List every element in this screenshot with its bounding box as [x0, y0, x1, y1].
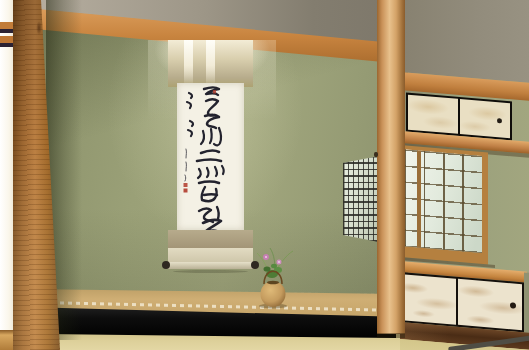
calligraphy-text [177, 83, 244, 230]
lower-cabinet-door-left [402, 274, 456, 325]
flower-nail [374, 152, 378, 157]
shoji-door-edge [0, 0, 13, 350]
wall-sliver [524, 272, 529, 334]
upper-cabinet-door-left [408, 95, 458, 134]
scroll-paper [177, 83, 244, 230]
shoji-pane [404, 149, 482, 253]
shoji-rail [0, 36, 13, 43]
post-base-shadow [377, 333, 405, 338]
lower-cabinet-pull [510, 302, 516, 309]
scroll-futai-band [206, 40, 215, 86]
tea-room-photo [0, 0, 529, 350]
shoji-stile [417, 150, 421, 247]
scroll-shadow [173, 270, 248, 273]
shoji-bottom-rail [0, 330, 13, 350]
scroll-roller-bar [167, 262, 254, 269]
scroll-futai-band [184, 40, 193, 86]
shoji-window [400, 145, 488, 264]
vase-body [261, 281, 286, 307]
scroll-mount-lower-band [168, 248, 253, 262]
shoji-rail [0, 22, 13, 29]
alcove-lattice-window [343, 156, 379, 242]
flower-arrangement [252, 242, 298, 310]
upper-cabinet-pull [497, 118, 502, 123]
scroll-roller-knob-left [162, 261, 170, 269]
shoji-rail-shadow [0, 29, 13, 33]
right-upper-wall [400, 0, 529, 83]
hanging-scroll [167, 38, 254, 274]
scroll-mount-bottom [168, 230, 253, 248]
toko-bashira-round-post [377, 0, 405, 334]
right-bay [400, 0, 529, 350]
upper-cabinet-door-right [460, 99, 510, 138]
shoji-rail-shadow [0, 43, 13, 47]
